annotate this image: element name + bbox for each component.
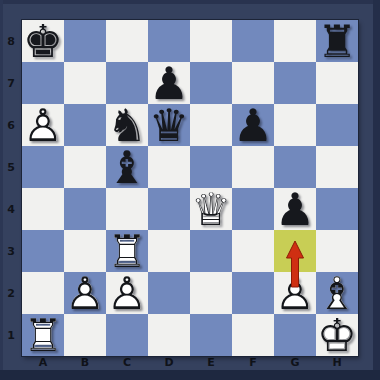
square-b5[interactable] [64,146,106,188]
square-f8[interactable] [232,20,274,62]
piece-outline: ♔ [316,314,358,356]
square-c6[interactable]: ♞ [106,104,148,146]
square-h5[interactable] [316,146,358,188]
square-b6[interactable] [64,104,106,146]
square-c7[interactable] [106,62,148,104]
square-h1[interactable]: ♚♔ [316,314,358,356]
square-h7[interactable] [316,62,358,104]
file-label-c: C [106,355,148,370]
square-a6[interactable]: ♟♙ [22,104,64,146]
piece-black-pawn-f6[interactable]: ♟ [232,104,274,146]
piece-white-pawn-b2[interactable]: ♟♙ [64,272,106,314]
file-labels: ABCDEFGH [22,355,358,370]
piece-outline: ♖ [22,314,64,356]
square-c5[interactable]: ♝ [106,146,148,188]
square-e7[interactable] [190,62,232,104]
piece-black-pawn-g4[interactable]: ♟ [274,188,316,230]
square-e1[interactable] [190,314,232,356]
square-c3[interactable]: ♜♖ [106,230,148,272]
piece-glyph: ♟ [148,62,190,104]
piece-glyph: ♛ [148,104,190,146]
piece-outline: ♙ [106,272,148,314]
frame-edge-bottom [0,370,380,380]
square-d4[interactable] [148,188,190,230]
square-d7[interactable]: ♟ [148,62,190,104]
piece-black-king-a8[interactable]: ♚ [22,20,64,62]
square-h6[interactable] [316,104,358,146]
piece-white-pawn-a6[interactable]: ♟♙ [22,104,64,146]
square-g6[interactable] [274,104,316,146]
piece-black-bishop-c5[interactable]: ♝ [106,146,148,188]
square-c2[interactable]: ♟♙ [106,272,148,314]
piece-glyph: ♚ [22,20,64,62]
square-g4[interactable]: ♟ [274,188,316,230]
piece-black-pawn-d7[interactable]: ♟ [148,62,190,104]
piece-white-king-h1[interactable]: ♚♔ [316,314,358,356]
frame-edge-top [0,0,380,4]
square-a7[interactable] [22,62,64,104]
piece-glyph: ♝ [106,146,148,188]
square-g2[interactable]: ♟♙ [274,272,316,314]
square-f5[interactable] [232,146,274,188]
file-label-e: E [190,355,232,370]
piece-outline: ♕ [190,188,232,230]
piece-outline: ♗ [316,272,358,314]
piece-white-rook-a1[interactable]: ♜♖ [22,314,64,356]
square-h8[interactable]: ♜ [316,20,358,62]
piece-black-knight-c6[interactable]: ♞ [106,104,148,146]
square-f1[interactable] [232,314,274,356]
square-b7[interactable] [64,62,106,104]
file-label-f: F [232,355,274,370]
square-e8[interactable] [190,20,232,62]
piece-white-queen-e4[interactable]: ♛♕ [190,188,232,230]
piece-outline: ♙ [64,272,106,314]
square-a8[interactable]: ♚ [22,20,64,62]
square-c1[interactable] [106,314,148,356]
square-b8[interactable] [64,20,106,62]
square-h2[interactable]: ♝♗ [316,272,358,314]
rank-label-6: 6 [0,104,22,146]
piece-white-pawn-c2[interactable]: ♟♙ [106,272,148,314]
square-a5[interactable] [22,146,64,188]
square-g1[interactable] [274,314,316,356]
square-d5[interactable] [148,146,190,188]
rank-labels: 87654321 [0,20,22,356]
rank-label-7: 7 [0,62,22,104]
square-e6[interactable] [190,104,232,146]
square-f4[interactable] [232,188,274,230]
rank-label-8: 8 [0,20,22,62]
square-f3[interactable] [232,230,274,272]
chess-board[interactable]: ♚♜♟♟♙♞♛♟♝♛♕♟♜♖♟♙♟♙♟♙♝♗♜♖♚♔ [22,20,358,356]
piece-glyph: ♟ [232,104,274,146]
square-d2[interactable] [148,272,190,314]
square-a4[interactable] [22,188,64,230]
square-c4[interactable] [106,188,148,230]
square-a3[interactable] [22,230,64,272]
square-g7[interactable] [274,62,316,104]
piece-outline: ♙ [274,272,316,314]
rank-label-1: 1 [0,314,22,356]
piece-outline: ♖ [106,230,148,272]
square-h4[interactable] [316,188,358,230]
square-f7[interactable] [232,62,274,104]
square-a2[interactable] [22,272,64,314]
rank-label-2: 2 [0,272,22,314]
square-g8[interactable] [274,20,316,62]
file-label-b: B [64,355,106,370]
piece-black-rook-h8[interactable]: ♜ [316,20,358,62]
piece-glyph: ♟ [274,188,316,230]
square-d8[interactable] [148,20,190,62]
square-b1[interactable] [64,314,106,356]
rank-label-4: 4 [0,188,22,230]
file-label-g: G [274,355,316,370]
piece-white-bishop-h2[interactable]: ♝♗ [316,272,358,314]
square-b3[interactable] [64,230,106,272]
square-e4[interactable]: ♛♕ [190,188,232,230]
square-d3[interactable] [148,230,190,272]
square-h3[interactable] [316,230,358,272]
piece-glyph: ♞ [106,104,148,146]
chess-board-frame: 87654321 ABCDEFGH ♚♜♟♟♙♞♛♟♝♛♕♟♜♖♟♙♟♙♟♙♝♗… [0,0,380,380]
square-b4[interactable] [64,188,106,230]
square-d6[interactable]: ♛ [148,104,190,146]
file-label-d: D [148,355,190,370]
square-c8[interactable] [106,20,148,62]
square-d1[interactable] [148,314,190,356]
square-b2[interactable]: ♟♙ [64,272,106,314]
piece-glyph: ♜ [316,20,358,62]
square-e3[interactable] [190,230,232,272]
square-g5[interactable] [274,146,316,188]
square-e5[interactable] [190,146,232,188]
rank-label-3: 3 [0,230,22,272]
square-a1[interactable]: ♜♖ [22,314,64,356]
piece-white-pawn-g2[interactable]: ♟♙ [274,272,316,314]
square-f6[interactable]: ♟ [232,104,274,146]
frame-edge-right [373,0,380,380]
square-e2[interactable] [190,272,232,314]
rank-label-5: 5 [0,146,22,188]
square-g3[interactable] [274,230,316,272]
piece-white-rook-c3[interactable]: ♜♖ [106,230,148,272]
square-f2[interactable] [232,272,274,314]
piece-outline: ♙ [22,104,64,146]
piece-black-queen-d6[interactable]: ♛ [148,104,190,146]
